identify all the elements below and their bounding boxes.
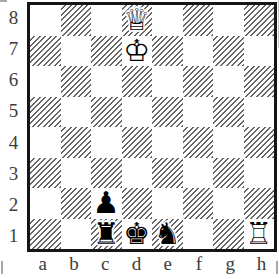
scan-mark-bottom-right [276,261,278,274]
square-f3 [183,158,214,189]
square-f5 [183,97,214,128]
square-g8 [213,5,244,36]
file-label-g: g [215,251,246,277]
chess-board: ♛♕♚♔♟♟♜♜♚♚♞♞♜♖ [27,2,277,252]
square-a2 [30,188,61,219]
file-label-c: c [90,251,121,277]
square-h2 [244,188,275,219]
square-b2 [61,188,92,219]
square-c6 [91,66,122,97]
rank-labels: 87654321 [0,2,27,252]
square-e3 [152,158,183,189]
square-b5 [61,97,92,128]
square-e1: ♞♞ [152,219,183,250]
piece-black-rook: ♜ [91,219,122,250]
file-label-h: h [246,251,277,277]
square-d6 [122,66,153,97]
square-b3 [61,158,92,189]
square-d7: ♚♔ [122,36,153,67]
piece-halo-black-king: ♚ [122,219,153,250]
rank-label-5: 5 [0,96,27,127]
rank-label-6: 6 [0,65,27,96]
square-d4 [122,127,153,158]
square-c3 [91,158,122,189]
square-e5 [152,97,183,128]
square-g5 [213,97,244,128]
file-label-a: a [27,251,58,277]
square-f6 [183,66,214,97]
square-c2: ♟♟ [91,188,122,219]
rank-label-1: 1 [0,221,27,252]
square-h7 [244,36,275,67]
rank-label-7: 7 [0,33,27,64]
file-label-d: d [121,251,152,277]
piece-halo-black-pawn: ♟ [91,188,122,219]
piece-halo-white-rook: ♜ [244,219,275,250]
square-b8 [61,5,92,36]
square-d3 [122,158,153,189]
piece-halo-white-queen: ♛ [122,5,153,36]
square-e4 [152,127,183,158]
square-g3 [213,158,244,189]
square-h3 [244,158,275,189]
piece-halo-black-rook: ♜ [91,219,122,250]
square-c5 [91,97,122,128]
file-label-e: e [152,251,183,277]
scan-mark-bottom-left [1,261,3,274]
square-e6 [152,66,183,97]
scan-mark-top-right [278,0,279,48]
square-f8 [183,5,214,36]
square-h6 [244,66,275,97]
file-label-f: f [183,251,214,277]
square-c7 [91,36,122,67]
square-d2 [122,188,153,219]
square-e2 [152,188,183,219]
square-b4 [61,127,92,158]
square-h5 [244,97,275,128]
piece-black-king: ♚ [122,219,153,250]
piece-white-queen: ♕ [122,5,153,36]
square-h8 [244,5,275,36]
square-g7 [213,36,244,67]
square-a6 [30,66,61,97]
rank-label-8: 8 [0,2,27,33]
square-c8 [91,5,122,36]
square-c1: ♜♜ [91,219,122,250]
square-a1 [30,219,61,250]
file-labels: abcdefgh [27,251,277,277]
square-a4 [30,127,61,158]
square-f7 [183,36,214,67]
rank-label-4: 4 [0,127,27,158]
square-f2 [183,188,214,219]
piece-black-knight: ♞ [152,219,183,250]
rank-label-2: 2 [0,190,27,221]
square-b7 [61,36,92,67]
square-g6 [213,66,244,97]
square-d1: ♚♚ [122,219,153,250]
square-a3 [30,158,61,189]
piece-white-rook: ♖ [244,219,275,250]
piece-white-king: ♔ [122,36,153,67]
square-d8: ♛♕ [122,5,153,36]
square-f1 [183,219,214,250]
square-d5 [122,97,153,128]
square-e8 [152,5,183,36]
square-a8 [30,5,61,36]
piece-halo-black-knight: ♞ [152,219,183,250]
square-e7 [152,36,183,67]
square-h4 [244,127,275,158]
scan-mark-top-left [0,0,7,2]
square-c4 [91,127,122,158]
piece-black-pawn: ♟ [91,188,122,219]
square-a7 [30,36,61,67]
rank-label-3: 3 [0,158,27,189]
square-g2 [213,188,244,219]
square-a5 [30,97,61,128]
square-f4 [183,127,214,158]
piece-halo-white-king: ♚ [122,36,153,67]
chess-diagram: 87654321 ♛♕♚♔♟♟♜♜♚♚♞♞♜♖ abcdefgh [0,0,279,279]
square-b1 [61,219,92,250]
file-label-b: b [58,251,89,277]
square-b6 [61,66,92,97]
square-g4 [213,127,244,158]
square-h1: ♜♖ [244,219,275,250]
square-g1 [213,219,244,250]
